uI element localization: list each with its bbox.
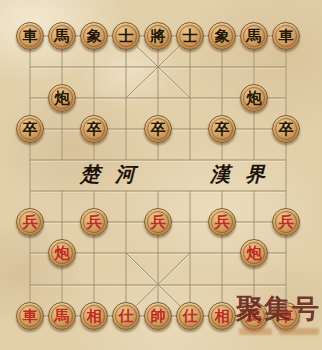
piece-red-cannon[interactable]: 炮	[48, 239, 76, 267]
piece-red-chariot[interactable]: 車	[16, 302, 44, 330]
piece-black-chariot[interactable]: 車	[272, 22, 300, 50]
piece-character: 象	[215, 29, 230, 44]
piece-black-soldier[interactable]: 卒	[144, 115, 172, 143]
watermark: 聚集号	[236, 294, 320, 335]
river-label-chu-he: 楚河	[80, 164, 150, 184]
piece-red-elephant[interactable]: 相	[208, 302, 236, 330]
watermark-text: 聚集号	[236, 294, 320, 324]
watermark-subtext-blob	[279, 328, 319, 335]
piece-black-horse[interactable]: 馬	[240, 22, 268, 50]
piece-character: 仕	[183, 309, 198, 324]
piece-red-horse[interactable]: 馬	[48, 302, 76, 330]
piece-character: 卒	[279, 122, 294, 137]
piece-character: 象	[87, 29, 102, 44]
piece-red-soldier[interactable]: 兵	[272, 208, 300, 236]
piece-character: 帥	[151, 309, 166, 324]
piece-red-soldier[interactable]: 兵	[16, 208, 44, 236]
piece-character: 卒	[23, 122, 38, 137]
piece-black-advisor[interactable]: 士	[112, 22, 140, 50]
piece-black-advisor[interactable]: 士	[176, 22, 204, 50]
piece-character: 車	[23, 29, 38, 44]
piece-red-advisor[interactable]: 仕	[176, 302, 204, 330]
piece-black-elephant[interactable]: 象	[80, 22, 108, 50]
piece-character: 馬	[247, 29, 262, 44]
piece-red-soldier[interactable]: 兵	[208, 208, 236, 236]
piece-character: 炮	[55, 246, 70, 261]
piece-red-advisor[interactable]: 仕	[112, 302, 140, 330]
piece-character: 相	[215, 309, 230, 324]
piece-character: 兵	[87, 215, 102, 230]
watermark-subtext-blur	[239, 328, 320, 335]
piece-character: 士	[119, 29, 134, 44]
piece-black-horse[interactable]: 馬	[48, 22, 76, 50]
piece-character: 士	[183, 29, 198, 44]
piece-character: 兵	[215, 215, 230, 230]
piece-black-cannon[interactable]: 炮	[48, 84, 76, 112]
piece-character: 炮	[247, 246, 262, 261]
piece-black-general[interactable]: 將	[144, 22, 172, 50]
piece-character: 仕	[119, 309, 134, 324]
piece-black-soldier[interactable]: 卒	[208, 115, 236, 143]
piece-character: 馬	[55, 29, 70, 44]
piece-red-soldier[interactable]: 兵	[80, 208, 108, 236]
piece-character: 將	[151, 29, 166, 44]
river-label-han-jie: 漢界	[210, 164, 280, 184]
piece-black-elephant[interactable]: 象	[208, 22, 236, 50]
piece-character: 卒	[151, 122, 166, 137]
piece-black-soldier[interactable]: 卒	[272, 115, 300, 143]
piece-black-cannon[interactable]: 炮	[240, 84, 268, 112]
piece-character: 卒	[215, 122, 230, 137]
piece-character: 馬	[55, 309, 70, 324]
piece-red-elephant[interactable]: 相	[80, 302, 108, 330]
xiangqi-board: 楚河 漢界 車馬象士將士象馬車炮炮卒卒卒卒卒兵兵兵兵兵炮炮車馬相仕帥仕相馬車 聚…	[0, 0, 322, 350]
piece-black-chariot[interactable]: 車	[16, 22, 44, 50]
piece-red-soldier[interactable]: 兵	[144, 208, 172, 236]
piece-character: 兵	[279, 215, 294, 230]
piece-black-soldier[interactable]: 卒	[80, 115, 108, 143]
piece-character: 兵	[23, 215, 38, 230]
piece-character: 炮	[247, 91, 262, 106]
piece-character: 兵	[151, 215, 166, 230]
piece-character: 車	[23, 309, 38, 324]
piece-character: 卒	[87, 122, 102, 137]
piece-character: 相	[87, 309, 102, 324]
piece-character: 車	[279, 29, 294, 44]
piece-red-cannon[interactable]: 炮	[240, 239, 268, 267]
piece-red-general[interactable]: 帥	[144, 302, 172, 330]
piece-black-soldier[interactable]: 卒	[16, 115, 44, 143]
watermark-subtext-blob	[239, 328, 272, 335]
piece-character: 炮	[55, 91, 70, 106]
